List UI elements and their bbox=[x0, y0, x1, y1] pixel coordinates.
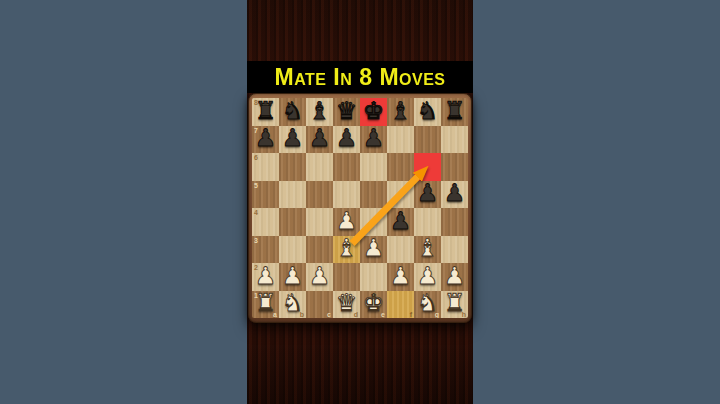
piece-white-queen: ♛ bbox=[336, 291, 358, 315]
piece-white-pawn: ♟ bbox=[390, 264, 412, 288]
piece-black-pawn: ♟ bbox=[309, 126, 331, 150]
piece-black-queen: ♛ bbox=[336, 99, 358, 123]
square-f3[interactable] bbox=[387, 236, 414, 264]
square-d5[interactable] bbox=[333, 181, 360, 209]
piece-white-rook: ♜ bbox=[255, 291, 277, 315]
square-h5[interactable]: ♟ bbox=[441, 181, 468, 209]
square-c2[interactable]: ♟ bbox=[306, 263, 333, 291]
title-banner: Mate In 8 Moves bbox=[247, 61, 473, 93]
piece-white-bishop: ♝ bbox=[417, 236, 439, 260]
file-label-d: d bbox=[354, 311, 358, 318]
piece-black-pawn: ♟ bbox=[363, 126, 385, 150]
piece-black-king: ♚ bbox=[363, 99, 385, 123]
square-c4[interactable] bbox=[306, 208, 333, 236]
piece-white-pawn: ♟ bbox=[444, 264, 466, 288]
piece-white-pawn: ♟ bbox=[282, 264, 304, 288]
piece-white-rook: ♜ bbox=[444, 291, 466, 315]
square-b1[interactable]: b♞ bbox=[279, 291, 306, 319]
square-f2[interactable]: ♟ bbox=[387, 263, 414, 291]
square-e3[interactable]: ♟ bbox=[360, 236, 387, 264]
file-label-e: e bbox=[381, 311, 385, 318]
square-b5[interactable] bbox=[279, 181, 306, 209]
square-d8[interactable]: ♛ bbox=[333, 98, 360, 126]
square-d6[interactable] bbox=[333, 153, 360, 181]
square-f4[interactable]: ♟ bbox=[387, 208, 414, 236]
piece-white-pawn: ♟ bbox=[309, 264, 331, 288]
piece-black-bishop: ♝ bbox=[309, 99, 331, 123]
square-c3[interactable] bbox=[306, 236, 333, 264]
piece-black-pawn: ♟ bbox=[255, 126, 277, 150]
square-d3[interactable]: ♝ bbox=[333, 236, 360, 264]
square-h7[interactable] bbox=[441, 126, 468, 154]
square-b7[interactable]: ♟ bbox=[279, 126, 306, 154]
piece-black-pawn: ♟ bbox=[336, 126, 358, 150]
file-label-b: b bbox=[300, 311, 304, 318]
square-b2[interactable]: ♟ bbox=[279, 263, 306, 291]
square-c6[interactable] bbox=[306, 153, 333, 181]
square-e7[interactable]: ♟ bbox=[360, 126, 387, 154]
file-label-g: g bbox=[435, 311, 439, 318]
rank-label-7: 7 bbox=[254, 127, 258, 134]
piece-black-bishop: ♝ bbox=[390, 99, 412, 123]
square-c7[interactable]: ♟ bbox=[306, 126, 333, 154]
rank-label-1: 1 bbox=[254, 292, 258, 299]
piece-white-king: ♚ bbox=[363, 291, 385, 315]
piece-white-pawn: ♟ bbox=[417, 264, 439, 288]
square-b4[interactable] bbox=[279, 208, 306, 236]
square-h1[interactable]: h♜ bbox=[441, 291, 468, 319]
square-h4[interactable] bbox=[441, 208, 468, 236]
square-g1[interactable]: g♞ bbox=[414, 291, 441, 319]
board-grid: 8♜♞♝♛♚♝♞♜7♟♟♟♟♟65♟♟4♟♟3♝♟♝2♟♟♟♟♟♟1a♜b♞cd… bbox=[252, 98, 468, 318]
rank-label-6: 6 bbox=[254, 154, 258, 161]
square-a7[interactable]: 7♟ bbox=[252, 126, 279, 154]
square-g3[interactable]: ♝ bbox=[414, 236, 441, 264]
square-c1[interactable]: c bbox=[306, 291, 333, 319]
rank-label-8: 8 bbox=[254, 99, 258, 106]
square-d4[interactable]: ♟ bbox=[333, 208, 360, 236]
file-label-h: h bbox=[462, 311, 466, 318]
square-e8[interactable]: ♚ bbox=[360, 98, 387, 126]
file-label-f: f bbox=[410, 311, 412, 318]
piece-white-bishop: ♝ bbox=[336, 236, 358, 260]
square-f6[interactable] bbox=[387, 153, 414, 181]
square-g4[interactable] bbox=[414, 208, 441, 236]
piece-black-rook: ♜ bbox=[444, 99, 466, 123]
piece-black-pawn: ♟ bbox=[282, 126, 304, 150]
square-b3[interactable] bbox=[279, 236, 306, 264]
square-c8[interactable]: ♝ bbox=[306, 98, 333, 126]
piece-black-rook: ♜ bbox=[255, 99, 277, 123]
square-f5[interactable] bbox=[387, 181, 414, 209]
square-d2[interactable] bbox=[333, 263, 360, 291]
square-g5[interactable]: ♟ bbox=[414, 181, 441, 209]
square-h3[interactable] bbox=[441, 236, 468, 264]
square-e2[interactable] bbox=[360, 263, 387, 291]
square-e1[interactable]: e♚ bbox=[360, 291, 387, 319]
square-g2[interactable]: ♟ bbox=[414, 263, 441, 291]
square-d1[interactable]: d♛ bbox=[333, 291, 360, 319]
square-c5[interactable] bbox=[306, 181, 333, 209]
square-e5[interactable] bbox=[360, 181, 387, 209]
square-h2[interactable]: ♟ bbox=[441, 263, 468, 291]
banner-title: Mate In 8 Moves bbox=[275, 63, 446, 91]
file-label-c: c bbox=[327, 311, 331, 318]
square-a5[interactable]: 5 bbox=[252, 181, 279, 209]
square-e4[interactable] bbox=[360, 208, 387, 236]
square-a3[interactable]: 3 bbox=[252, 236, 279, 264]
square-a4[interactable]: 4 bbox=[252, 208, 279, 236]
square-h6[interactable] bbox=[441, 153, 468, 181]
square-f8[interactable]: ♝ bbox=[387, 98, 414, 126]
square-b6[interactable] bbox=[279, 153, 306, 181]
piece-black-knight: ♞ bbox=[282, 99, 304, 123]
square-f7[interactable] bbox=[387, 126, 414, 154]
square-g6[interactable] bbox=[414, 153, 441, 181]
square-a8[interactable]: 8♜ bbox=[252, 98, 279, 126]
square-h8[interactable]: ♜ bbox=[441, 98, 468, 126]
square-e6[interactable] bbox=[360, 153, 387, 181]
page-background: Mate In 8 Moves 8♜♞♝♛♚♝♞♜7♟♟♟♟♟65♟♟4♟♟3♝… bbox=[0, 0, 720, 404]
rank-label-4: 4 bbox=[254, 209, 258, 216]
piece-white-pawn: ♟ bbox=[336, 209, 358, 233]
square-f1[interactable]: f bbox=[387, 291, 414, 319]
square-d7[interactable]: ♟ bbox=[333, 126, 360, 154]
piece-black-pawn: ♟ bbox=[417, 181, 439, 205]
rank-label-2: 2 bbox=[254, 264, 258, 271]
square-a2[interactable]: 2♟ bbox=[252, 263, 279, 291]
square-g7[interactable] bbox=[414, 126, 441, 154]
square-a1[interactable]: 1a♜ bbox=[252, 291, 279, 319]
piece-black-knight: ♞ bbox=[417, 99, 439, 123]
piece-white-pawn: ♟ bbox=[255, 264, 277, 288]
rank-label-3: 3 bbox=[254, 237, 258, 244]
file-label-a: a bbox=[273, 311, 277, 318]
piece-white-pawn: ♟ bbox=[363, 236, 385, 260]
chess-board-frame: 8♜♞♝♛♚♝♞♜7♟♟♟♟♟65♟♟4♟♟3♝♟♝2♟♟♟♟♟♟1a♜b♞cd… bbox=[248, 93, 472, 323]
piece-white-knight: ♞ bbox=[282, 291, 304, 315]
piece-black-pawn: ♟ bbox=[444, 181, 466, 205]
square-b8[interactable]: ♞ bbox=[279, 98, 306, 126]
square-a6[interactable]: 6 bbox=[252, 153, 279, 181]
piece-white-knight: ♞ bbox=[417, 291, 439, 315]
square-g8[interactable]: ♞ bbox=[414, 98, 441, 126]
rank-label-5: 5 bbox=[254, 182, 258, 189]
piece-black-pawn: ♟ bbox=[390, 209, 412, 233]
